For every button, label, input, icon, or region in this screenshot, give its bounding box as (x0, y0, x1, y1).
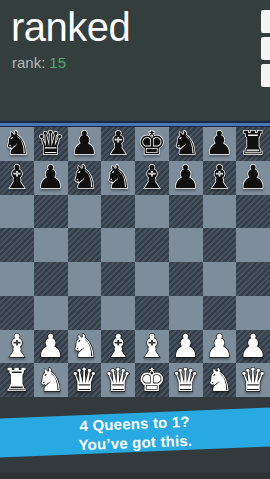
square-f1[interactable]: ♛ (169, 363, 203, 397)
square-h4[interactable] (236, 262, 270, 296)
page-title: ranked (11, 4, 130, 50)
piece-white-pawn: ♟ (36, 330, 65, 363)
piece-white-queen: ♛ (104, 364, 133, 397)
square-b8[interactable]: ♛ (34, 127, 68, 161)
piece-black-pawn: ♟ (205, 127, 234, 160)
piece-black-knight: ♞ (171, 127, 200, 160)
piece-black-pawn: ♟ (36, 161, 65, 194)
piece-black-knight: ♞ (104, 161, 133, 194)
square-b2[interactable]: ♟ (34, 330, 68, 364)
square-e2[interactable]: ♝ (135, 330, 169, 364)
square-f6[interactable] (169, 195, 203, 229)
piece-white-knight: ♞ (70, 330, 99, 363)
square-h7[interactable]: ♟ (236, 161, 270, 195)
piece-white-bishop: ♝ (3, 330, 32, 363)
square-g3[interactable] (203, 296, 237, 330)
piece-black-bishop: ♝ (205, 161, 234, 194)
square-a1[interactable]: ♜ (0, 363, 34, 397)
square-a6[interactable] (0, 195, 34, 229)
square-g5[interactable] (203, 228, 237, 262)
piece-white-queen: ♛ (171, 364, 200, 397)
square-a5[interactable] (0, 228, 34, 262)
square-h3[interactable] (236, 296, 270, 330)
square-d3[interactable] (101, 296, 135, 330)
footer-strip (0, 473, 270, 479)
piece-white-bishop: ♝ (104, 330, 133, 363)
piece-black-bishop: ♝ (3, 161, 32, 194)
square-e8[interactable]: ♚ (135, 127, 169, 161)
square-c6[interactable] (68, 195, 102, 229)
piece-black-rook: ♜ (239, 127, 268, 160)
square-c7[interactable]: ♞ (68, 161, 102, 195)
square-a3[interactable] (0, 296, 34, 330)
square-b1[interactable]: ♞ (34, 363, 68, 397)
square-h2[interactable]: ♟ (236, 330, 270, 364)
rank-value: 15 (49, 54, 66, 71)
piece-white-pawn: ♟ (205, 330, 234, 363)
square-d5[interactable] (101, 228, 135, 262)
square-c4[interactable] (68, 262, 102, 296)
square-b7[interactable]: ♟ (34, 161, 68, 195)
square-g7[interactable]: ♝ (203, 161, 237, 195)
square-d8[interactable]: ♝ (101, 127, 135, 161)
square-e6[interactable] (135, 195, 169, 229)
piece-white-knight: ♞ (205, 364, 234, 397)
square-d2[interactable]: ♝ (101, 330, 135, 364)
square-f4[interactable] (169, 262, 203, 296)
square-h1[interactable]: ♛ (236, 363, 270, 397)
header: ranked rank:15 (0, 0, 270, 121)
piece-black-queen: ♛ (36, 127, 65, 160)
square-d1[interactable]: ♛ (101, 363, 135, 397)
square-g2[interactable]: ♟ (203, 330, 237, 364)
piece-black-king: ♚ (138, 127, 167, 160)
piece-white-pawn: ♟ (239, 330, 268, 363)
square-c5[interactable] (68, 228, 102, 262)
square-a7[interactable]: ♝ (0, 161, 34, 195)
square-f8[interactable]: ♞ (169, 127, 203, 161)
square-f3[interactable] (169, 296, 203, 330)
piece-white-queen: ♛ (239, 364, 268, 397)
piece-black-knight: ♞ (3, 127, 32, 160)
menu-icon[interactable] (258, 0, 270, 90)
square-e5[interactable] (135, 228, 169, 262)
square-c1[interactable]: ♛ (68, 363, 102, 397)
square-a4[interactable] (0, 262, 34, 296)
square-e3[interactable] (135, 296, 169, 330)
piece-black-pawn: ♟ (239, 161, 268, 194)
rank-display: rank:15 (12, 54, 66, 72)
square-h8[interactable]: ♜ (236, 127, 270, 161)
piece-white-bishop: ♝ (138, 330, 167, 363)
square-b5[interactable] (34, 228, 68, 262)
piece-black-bishop: ♝ (104, 127, 133, 160)
square-b4[interactable] (34, 262, 68, 296)
menu-bar-icon (261, 37, 270, 60)
app-screen: ranked rank:15 ♞♛♟♝♚♞♟♜♝♟♞♞♝♟♝♟♝♟♞♝♝♟♟♟♜… (0, 0, 270, 479)
square-f2[interactable]: ♟ (169, 330, 203, 364)
square-e7[interactable]: ♝ (135, 161, 169, 195)
piece-white-rook: ♜ (3, 364, 32, 397)
square-a8[interactable]: ♞ (0, 127, 34, 161)
square-g4[interactable] (203, 262, 237, 296)
square-c2[interactable]: ♞ (68, 330, 102, 364)
piece-black-knight: ♞ (70, 161, 99, 194)
piece-black-pawn: ♟ (171, 161, 200, 194)
piece-white-pawn: ♟ (171, 330, 200, 363)
square-h6[interactable] (236, 195, 270, 229)
square-e1[interactable]: ♚ (135, 363, 169, 397)
piece-white-king: ♚ (138, 364, 167, 397)
square-h5[interactable] (236, 228, 270, 262)
square-c3[interactable] (68, 296, 102, 330)
piece-black-bishop: ♝ (138, 161, 167, 194)
square-e4[interactable] (135, 262, 169, 296)
square-b6[interactable] (34, 195, 68, 229)
piece-white-queen: ♛ (70, 364, 99, 397)
square-b3[interactable] (34, 296, 68, 330)
menu-bar-icon (261, 64, 270, 87)
square-c8[interactable]: ♟ (68, 127, 102, 161)
square-f7[interactable]: ♟ (169, 161, 203, 195)
square-g8[interactable]: ♟ (203, 127, 237, 161)
rank-label: rank: (12, 54, 45, 71)
piece-white-knight: ♞ (36, 364, 65, 397)
square-a2[interactable]: ♝ (0, 330, 34, 364)
square-d7[interactable]: ♞ (101, 161, 135, 195)
chess-board[interactable]: ♞♛♟♝♚♞♟♜♝♟♞♞♝♟♝♟♝♟♞♝♝♟♟♟♜♞♛♛♚♛♞♛ (0, 127, 270, 397)
square-d6[interactable] (101, 195, 135, 229)
square-g6[interactable] (203, 195, 237, 229)
square-d4[interactable] (101, 262, 135, 296)
square-g1[interactable]: ♞ (203, 363, 237, 397)
piece-black-pawn: ♟ (70, 127, 99, 160)
square-f5[interactable] (169, 228, 203, 262)
hint-banner-line2: You’ve got this. (78, 430, 192, 454)
hint-banner: 4 Queens to 1? You’ve got this. (0, 407, 270, 458)
menu-bar-icon (261, 10, 270, 33)
